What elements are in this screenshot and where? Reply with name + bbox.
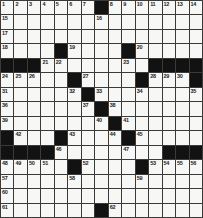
clue-number-43: 43: [69, 131, 75, 137]
cell-r7c2[interactable]: [14, 88, 26, 101]
cell-r7c12[interactable]: [149, 88, 161, 101]
cell-r3c14[interactable]: [176, 30, 188, 43]
cell-r11c1: [1, 146, 13, 159]
clue-number-37: 37: [83, 102, 89, 108]
clue-number-53: 53: [150, 160, 156, 166]
clue-number-48: 48: [2, 160, 8, 166]
cell-r8c2[interactable]: [14, 102, 26, 115]
clue-number-1: 1: [2, 1, 5, 7]
clue-number-56: 56: [191, 160, 197, 166]
cell-r3c4[interactable]: [41, 30, 53, 43]
cell-r1c7[interactable]: 7: [82, 1, 94, 14]
cell-r9c6[interactable]: [68, 117, 80, 130]
cell-r3c10[interactable]: [122, 30, 134, 43]
cell-r1c11[interactable]: 10: [136, 1, 148, 14]
cell-r4c10: [122, 44, 134, 57]
cell-r9c2[interactable]: [14, 117, 26, 130]
cell-r8c15[interactable]: [190, 102, 202, 115]
cell-r4c11[interactable]: 20: [136, 44, 148, 57]
cell-r2c15[interactable]: [190, 15, 202, 28]
cell-r5c11[interactable]: [136, 59, 148, 72]
cell-r11c6[interactable]: [68, 146, 80, 159]
cell-r8c5[interactable]: [55, 102, 67, 115]
cell-r13c11[interactable]: 59: [136, 175, 148, 188]
clue-number-35: 35: [191, 88, 197, 94]
cell-r10c10: [122, 131, 134, 144]
cell-r5c7[interactable]: [82, 59, 94, 72]
cell-r8c10[interactable]: [122, 102, 134, 115]
cell-r10c3[interactable]: [28, 131, 40, 144]
cell-r11c11[interactable]: [136, 146, 148, 159]
cell-r10c12[interactable]: [149, 131, 161, 144]
cell-r14c6[interactable]: [68, 189, 80, 202]
cell-r7c15[interactable]: 35: [190, 88, 202, 101]
cell-r6c9[interactable]: [109, 73, 121, 86]
clue-number-26: 26: [29, 73, 35, 79]
cell-r9c13[interactable]: [163, 117, 175, 130]
cell-r1c15[interactable]: 14: [190, 1, 202, 14]
clue-number-30: 30: [177, 73, 183, 79]
cell-r15c14[interactable]: [176, 204, 188, 217]
cell-r8c11[interactable]: [136, 102, 148, 115]
cell-r8c14[interactable]: [176, 102, 188, 115]
cell-r7c7: [82, 88, 94, 101]
cell-r12c7[interactable]: 52: [82, 160, 94, 173]
cell-r13c1[interactable]: 57: [1, 175, 13, 188]
cell-r3c12[interactable]: [149, 30, 161, 43]
clue-number-28: 28: [150, 73, 156, 79]
cell-r5c12: [149, 59, 161, 72]
cell-r7c6[interactable]: 32: [68, 88, 80, 101]
cell-r3c1[interactable]: 17: [1, 30, 13, 43]
cell-r15c7[interactable]: [82, 204, 94, 217]
cell-r13c9[interactable]: [109, 175, 121, 188]
cell-r2c5[interactable]: [55, 15, 67, 28]
cell-r12c14[interactable]: 55: [176, 160, 188, 173]
cell-r7c4[interactable]: [41, 88, 53, 101]
cell-r6c3[interactable]: 26: [28, 73, 40, 86]
cell-r1c3[interactable]: 3: [28, 1, 40, 14]
cell-r14c4[interactable]: [41, 189, 53, 202]
cell-r10c11[interactable]: 45: [136, 131, 148, 144]
cell-r12c5[interactable]: [55, 160, 67, 173]
clue-number-40: 40: [96, 117, 102, 123]
cell-r8c1[interactable]: 36: [1, 102, 13, 115]
cell-r10c8[interactable]: [95, 131, 107, 144]
cell-r9c14[interactable]: [176, 117, 188, 130]
cell-r7c1[interactable]: 31: [1, 88, 13, 101]
cell-r8c8: [95, 102, 107, 115]
cell-r1c12[interactable]: 11: [149, 1, 161, 14]
clue-number-21: 21: [42, 59, 48, 65]
cell-r4c15[interactable]: [190, 44, 202, 57]
cell-r13c3[interactable]: [28, 175, 40, 188]
clue-number-5: 5: [56, 1, 59, 7]
cell-r4c7[interactable]: [82, 44, 94, 57]
cell-r8c6[interactable]: [68, 102, 80, 115]
clue-number-10: 10: [137, 1, 143, 7]
clue-number-52: 52: [83, 160, 89, 166]
cell-r15c12[interactable]: [149, 204, 161, 217]
cell-r6c13[interactable]: 29: [163, 73, 175, 86]
cell-r13c2[interactable]: [14, 175, 26, 188]
cell-r5c13: [163, 59, 175, 72]
cell-r8c9[interactable]: 38: [109, 102, 121, 115]
cell-r6c5[interactable]: [55, 73, 67, 86]
cell-r11c3: [28, 146, 40, 159]
cell-r15c4[interactable]: [41, 204, 53, 217]
cell-r2c7[interactable]: [82, 15, 94, 28]
cell-r15c8: [95, 204, 107, 217]
cell-r12c11: [136, 160, 148, 173]
clue-number-17: 17: [2, 30, 8, 36]
cell-r4c6[interactable]: 19: [68, 44, 80, 57]
cell-r3c6[interactable]: [68, 30, 80, 43]
clue-number-62: 62: [110, 204, 116, 210]
cell-r13c10[interactable]: [122, 175, 134, 188]
clue-number-57: 57: [2, 175, 8, 181]
cell-r13c13[interactable]: [163, 175, 175, 188]
cell-r11c5[interactable]: 46: [55, 146, 67, 159]
clue-number-13: 13: [177, 1, 183, 7]
cell-r11c12[interactable]: [149, 146, 161, 159]
cell-r9c3[interactable]: [28, 117, 40, 130]
cell-r12c8[interactable]: [95, 160, 107, 173]
cell-r4c2[interactable]: [14, 44, 26, 57]
cell-r15c15[interactable]: [190, 204, 202, 217]
cell-r5c9[interactable]: [109, 59, 121, 72]
clue-number-54: 54: [164, 160, 170, 166]
cell-r7c10[interactable]: [122, 88, 134, 101]
cell-r10c6[interactable]: 43: [68, 131, 80, 144]
cell-r12c15[interactable]: 56: [190, 160, 202, 173]
cell-r7c11[interactable]: 34: [136, 88, 148, 101]
cell-r6c7[interactable]: 27: [82, 73, 94, 86]
cell-r9c4[interactable]: [41, 117, 53, 130]
clue-number-50: 50: [29, 160, 35, 166]
cell-r9c11[interactable]: [136, 117, 148, 130]
cell-r9c7[interactable]: [82, 117, 94, 130]
cell-r10c2[interactable]: 42: [14, 131, 26, 144]
clue-number-45: 45: [137, 131, 143, 137]
cell-r6c11: [136, 73, 148, 86]
clue-number-44: 44: [110, 131, 116, 137]
cell-r11c10[interactable]: 47: [122, 146, 134, 159]
cell-r9c5[interactable]: [55, 117, 67, 130]
clue-number-29: 29: [164, 73, 170, 79]
cell-r9c1[interactable]: 39: [1, 117, 13, 130]
clue-number-23: 23: [123, 59, 129, 65]
cell-r13c8[interactable]: [95, 175, 107, 188]
cell-r6c4[interactable]: [41, 73, 53, 86]
cell-r3c15[interactable]: [190, 30, 202, 43]
cell-r12c4[interactable]: 51: [41, 160, 53, 173]
cell-r9c15[interactable]: [190, 117, 202, 130]
cell-r7c9[interactable]: [109, 88, 121, 101]
clue-number-60: 60: [2, 189, 8, 195]
clue-number-14: 14: [191, 1, 197, 7]
cell-r9c12[interactable]: [149, 117, 161, 130]
cell-r11c15: [190, 146, 202, 159]
cell-r8c4[interactable]: [41, 102, 53, 115]
clue-number-15: 15: [2, 15, 8, 21]
clue-number-49: 49: [15, 160, 21, 166]
cell-r9c9: [109, 117, 121, 130]
cell-r4c8[interactable]: [95, 44, 107, 57]
cell-r3c3[interactable]: [28, 30, 40, 43]
cell-r2c3[interactable]: [28, 15, 40, 28]
cell-r1c10[interactable]: 9: [122, 1, 134, 14]
cell-r11c8[interactable]: [95, 146, 107, 159]
clue-number-32: 32: [69, 88, 75, 94]
cell-r2c8[interactable]: 16: [95, 15, 107, 28]
cell-r13c4[interactable]: [41, 175, 53, 188]
clue-number-18: 18: [2, 44, 8, 50]
cell-r6c8[interactable]: [95, 73, 107, 86]
clue-number-7: 7: [83, 1, 86, 7]
cell-r4c5: [55, 44, 67, 57]
cell-r1c4[interactable]: 4: [41, 1, 53, 14]
cell-r10c15[interactable]: [190, 131, 202, 144]
clue-number-34: 34: [137, 88, 143, 94]
cell-r10c4[interactable]: [41, 131, 53, 144]
cell-r3c11[interactable]: [136, 30, 148, 43]
clue-number-12: 12: [164, 1, 170, 7]
cell-r15c6[interactable]: [68, 204, 80, 217]
cell-r5c1: [1, 59, 13, 72]
cell-r12c2[interactable]: 49: [14, 160, 26, 173]
clue-number-61: 61: [2, 204, 8, 210]
cell-r6c14[interactable]: 30: [176, 73, 188, 86]
cell-r5c3: [28, 59, 40, 72]
cell-r2c9[interactable]: [109, 15, 121, 28]
cell-r10c14[interactable]: [176, 131, 188, 144]
clue-number-4: 4: [42, 1, 45, 7]
cell-r6c12[interactable]: 28: [149, 73, 161, 86]
cell-r6c6: [68, 73, 80, 86]
cell-r8c12[interactable]: [149, 102, 161, 115]
cell-r2c10[interactable]: [122, 15, 134, 28]
clue-number-59: 59: [137, 175, 143, 181]
clue-number-8: 8: [110, 1, 113, 7]
cell-r14c8[interactable]: [95, 189, 107, 202]
cell-r7c14[interactable]: [176, 88, 188, 101]
cell-r3c7[interactable]: [82, 30, 94, 43]
cell-r5c10[interactable]: 23: [122, 59, 134, 72]
cell-r4c13[interactable]: [163, 44, 175, 57]
cell-r2c11[interactable]: [136, 15, 148, 28]
cell-r3c8[interactable]: [95, 30, 107, 43]
cell-r14c13[interactable]: [163, 189, 175, 202]
cell-r12c10[interactable]: [122, 160, 134, 173]
clue-number-38: 38: [110, 102, 116, 108]
clue-number-55: 55: [177, 160, 183, 166]
cell-r2c12[interactable]: [149, 15, 161, 28]
cell-r5c4[interactable]: 21: [41, 59, 53, 72]
cell-r12c9[interactable]: [109, 160, 121, 173]
cell-r15c11[interactable]: [136, 204, 148, 217]
cell-r12c13[interactable]: 54: [163, 160, 175, 173]
cell-r5c2: [14, 59, 26, 72]
clue-number-36: 36: [2, 102, 8, 108]
cell-r13c6[interactable]: 58: [68, 175, 80, 188]
clue-number-16: 16: [96, 15, 102, 21]
cell-r7c8[interactable]: 33: [95, 88, 107, 101]
cell-r14c1[interactable]: 60: [1, 189, 13, 202]
cell-r3c2[interactable]: [14, 30, 26, 43]
cell-r12c12[interactable]: 53: [149, 160, 161, 173]
cell-r3c9[interactable]: [109, 30, 121, 43]
clue-number-42: 42: [15, 131, 21, 137]
cell-r14c2[interactable]: [14, 189, 26, 202]
cell-r8c13[interactable]: [163, 102, 175, 115]
clue-number-41: 41: [123, 117, 129, 123]
cell-r9c8[interactable]: 40: [95, 117, 107, 130]
clue-number-58: 58: [69, 175, 75, 181]
cell-r1c6[interactable]: 6: [68, 1, 80, 14]
cell-r14c15[interactable]: [190, 189, 202, 202]
cell-r7c3[interactable]: [28, 88, 40, 101]
cell-r13c15[interactable]: [190, 175, 202, 188]
cell-r2c1[interactable]: 15: [1, 15, 13, 28]
clue-number-46: 46: [56, 146, 62, 152]
cell-r4c9[interactable]: [109, 44, 121, 57]
cell-r4c14[interactable]: [176, 44, 188, 57]
cell-r1c2[interactable]: 2: [14, 1, 26, 14]
cell-r5c6[interactable]: [68, 59, 80, 72]
cell-r14c9[interactable]: [109, 189, 121, 202]
cell-r8c3[interactable]: [28, 102, 40, 115]
cell-r1c8: [95, 1, 107, 14]
cell-r15c3[interactable]: [28, 204, 40, 217]
clue-number-27: 27: [83, 73, 89, 79]
clue-number-9: 9: [123, 1, 126, 7]
cell-r3c5[interactable]: [55, 30, 67, 43]
cell-r14c11[interactable]: [136, 189, 148, 202]
cell-r1c1[interactable]: 1: [1, 1, 13, 14]
crossword-grid: 1234567891011121314151617181920212223242…: [0, 0, 203, 218]
cell-r1c13[interactable]: 12: [163, 1, 175, 14]
cell-r7c13[interactable]: [163, 88, 175, 101]
cell-r11c7[interactable]: [82, 146, 94, 159]
cell-r15c10[interactable]: [122, 204, 134, 217]
clue-number-11: 11: [150, 1, 155, 7]
clue-number-2: 2: [15, 1, 18, 7]
clue-number-3: 3: [29, 1, 32, 7]
cell-r2c6[interactable]: [68, 15, 80, 28]
cell-r13c7[interactable]: [82, 175, 94, 188]
cell-r6c15: [190, 73, 202, 86]
cell-r13c14[interactable]: [176, 175, 188, 188]
cell-r11c9[interactable]: [109, 146, 121, 159]
cell-r6c1[interactable]: 24: [1, 73, 13, 86]
clue-number-51: 51: [42, 160, 48, 166]
cell-r12c6: [68, 160, 80, 173]
clue-number-47: 47: [123, 146, 129, 152]
cell-r10c13[interactable]: [163, 131, 175, 144]
cell-r4c12[interactable]: [149, 44, 161, 57]
clue-number-20: 20: [137, 44, 143, 50]
cell-r1c14[interactable]: 13: [176, 1, 188, 14]
cell-r15c1[interactable]: 61: [1, 204, 13, 217]
cell-r14c7[interactable]: [82, 189, 94, 202]
cell-r4c4[interactable]: [41, 44, 53, 57]
cell-r6c10[interactable]: [122, 73, 134, 86]
clue-number-22: 22: [56, 59, 62, 65]
crossword-puzzle: 1234567891011121314151617181920212223242…: [0, 0, 203, 218]
cell-r12c1[interactable]: 48: [1, 160, 13, 173]
cell-r10c5: [55, 131, 67, 144]
cell-r7c5[interactable]: [55, 88, 67, 101]
cell-r14c3[interactable]: [28, 189, 40, 202]
clue-number-24: 24: [2, 73, 8, 79]
cell-r5c5[interactable]: 22: [55, 59, 67, 72]
cell-r1c9[interactable]: 8: [109, 1, 121, 14]
cell-r15c5[interactable]: [55, 204, 67, 217]
cell-r13c5[interactable]: [55, 175, 67, 188]
cell-r14c12[interactable]: [149, 189, 161, 202]
cell-r5c14: [176, 59, 188, 72]
cell-r11c2: [14, 146, 26, 159]
cell-r4c3[interactable]: [28, 44, 40, 57]
cell-r5c8[interactable]: [95, 59, 107, 72]
cell-r10c1: [1, 131, 13, 144]
cell-r11c4: [41, 146, 53, 159]
clue-number-31: 31: [2, 88, 8, 94]
cell-r14c5[interactable]: [55, 189, 67, 202]
cell-r10c9[interactable]: 44: [109, 131, 121, 144]
cell-r1c5[interactable]: 5: [55, 1, 67, 14]
cell-r15c9[interactable]: 62: [109, 204, 121, 217]
cell-r9c10[interactable]: 41: [122, 117, 134, 130]
cell-r15c2[interactable]: [14, 204, 26, 217]
cell-r6c2[interactable]: 25: [14, 73, 26, 86]
cell-r15c13[interactable]: [163, 204, 175, 217]
cell-r2c14[interactable]: [176, 15, 188, 28]
clue-number-33: 33: [96, 88, 102, 94]
cell-r14c14[interactable]: [176, 189, 188, 202]
cell-r4c1[interactable]: 18: [1, 44, 13, 57]
cell-r8c7[interactable]: 37: [82, 102, 94, 115]
clue-number-25: 25: [15, 73, 21, 79]
cell-r10c7[interactable]: [82, 131, 94, 144]
clue-number-39: 39: [2, 117, 8, 123]
cell-r5c15: [190, 59, 202, 72]
cell-r3c13[interactable]: [163, 30, 175, 43]
cell-r11c14: [176, 146, 188, 159]
cell-r13c12[interactable]: [149, 175, 161, 188]
clue-number-19: 19: [69, 44, 75, 50]
cell-r14c10[interactable]: [122, 189, 134, 202]
cell-r2c13[interactable]: [163, 15, 175, 28]
clue-number-6: 6: [69, 1, 72, 7]
cell-r12c3[interactable]: 50: [28, 160, 40, 173]
cell-r11c13: [163, 146, 175, 159]
cell-r2c2[interactable]: [14, 15, 26, 28]
cell-r2c4[interactable]: [41, 15, 53, 28]
